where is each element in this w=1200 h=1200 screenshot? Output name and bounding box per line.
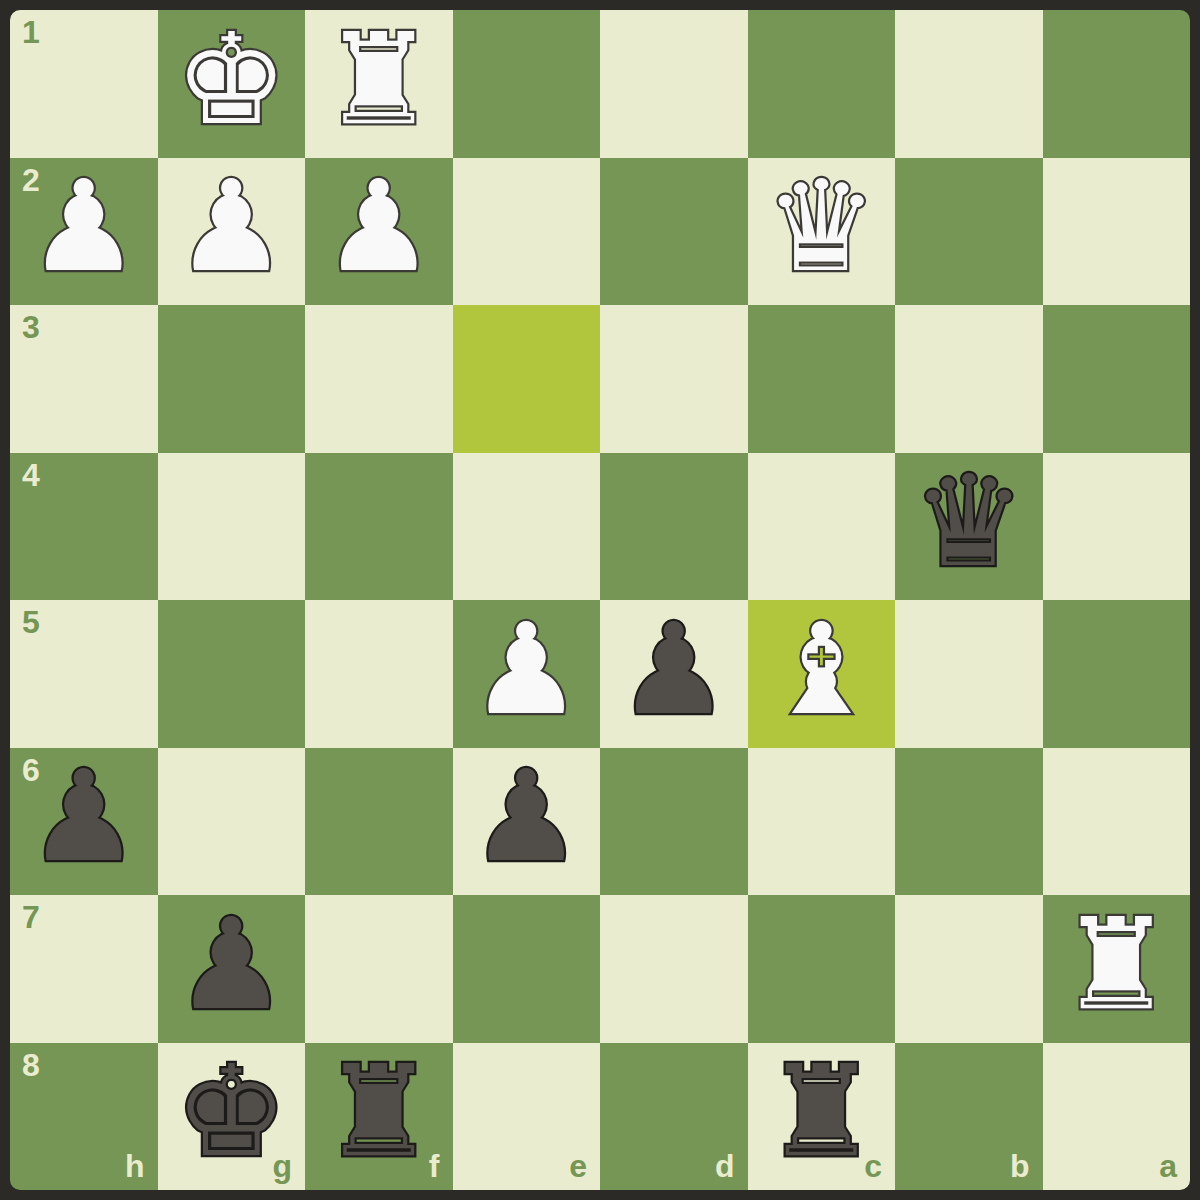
chess-board[interactable]: 1♚♜2♟♟♟♛34♛5♟♟♝6♟♟7♟♜8hg♚f♜edc♜ba: [10, 10, 1190, 1190]
square-d8[interactable]: d: [600, 1043, 748, 1191]
square-g6[interactable]: [158, 748, 306, 896]
piece-white-pawn[interactable]: ♟: [175, 164, 288, 290]
square-e6[interactable]: ♟: [453, 748, 601, 896]
square-e2[interactable]: [453, 158, 601, 306]
piece-white-pawn[interactable]: ♟: [322, 164, 435, 290]
piece-white-bishop[interactable]: ♝: [765, 607, 878, 733]
piece-white-pawn[interactable]: ♟: [27, 164, 140, 290]
square-e1[interactable]: [453, 10, 601, 158]
square-e4[interactable]: [453, 453, 601, 601]
square-b5[interactable]: [895, 600, 1043, 748]
square-b6[interactable]: [895, 748, 1043, 896]
square-h5[interactable]: 5: [10, 600, 158, 748]
square-a8[interactable]: a: [1043, 1043, 1191, 1191]
square-e3[interactable]: [453, 305, 601, 453]
square-d4[interactable]: [600, 453, 748, 601]
square-g7[interactable]: ♟: [158, 895, 306, 1043]
square-b3[interactable]: [895, 305, 1043, 453]
square-f5[interactable]: [305, 600, 453, 748]
square-f1[interactable]: ♜: [305, 10, 453, 158]
page-background: 1♚♜2♟♟♟♛34♛5♟♟♝6♟♟7♟♜8hg♚f♜edc♜ba: [0, 0, 1200, 1200]
piece-black-rook[interactable]: ♜: [322, 1049, 435, 1175]
square-a3[interactable]: [1043, 305, 1191, 453]
square-e8[interactable]: e: [453, 1043, 601, 1191]
piece-white-king[interactable]: ♚: [175, 17, 288, 143]
square-g2[interactable]: ♟: [158, 158, 306, 306]
square-f7[interactable]: [305, 895, 453, 1043]
piece-black-rook[interactable]: ♜: [765, 1049, 878, 1175]
square-d6[interactable]: [600, 748, 748, 896]
rank-label-5: 5: [22, 606, 40, 638]
square-a2[interactable]: [1043, 158, 1191, 306]
square-g8[interactable]: g♚: [158, 1043, 306, 1191]
file-label-d: d: [715, 1150, 735, 1182]
piece-white-rook[interactable]: ♜: [1060, 902, 1173, 1028]
square-e7[interactable]: [453, 895, 601, 1043]
piece-black-pawn[interactable]: ♟: [470, 754, 583, 880]
square-g1[interactable]: ♚: [158, 10, 306, 158]
piece-black-pawn[interactable]: ♟: [175, 902, 288, 1028]
square-e5[interactable]: ♟: [453, 600, 601, 748]
square-d7[interactable]: [600, 895, 748, 1043]
square-h8[interactable]: 8h: [10, 1043, 158, 1191]
square-d5[interactable]: ♟: [600, 600, 748, 748]
square-g4[interactable]: [158, 453, 306, 601]
piece-white-queen[interactable]: ♛: [765, 164, 878, 290]
piece-black-pawn[interactable]: ♟: [617, 607, 730, 733]
file-label-h: h: [125, 1150, 145, 1182]
square-g3[interactable]: [158, 305, 306, 453]
square-c2[interactable]: ♛: [748, 158, 896, 306]
square-h2[interactable]: 2♟: [10, 158, 158, 306]
square-b7[interactable]: [895, 895, 1043, 1043]
square-c4[interactable]: [748, 453, 896, 601]
square-b1[interactable]: [895, 10, 1043, 158]
square-d1[interactable]: [600, 10, 748, 158]
square-b4[interactable]: ♛: [895, 453, 1043, 601]
square-f4[interactable]: [305, 453, 453, 601]
rank-label-1: 1: [22, 16, 40, 48]
square-h3[interactable]: 3: [10, 305, 158, 453]
square-c8[interactable]: c♜: [748, 1043, 896, 1191]
square-h6[interactable]: 6♟: [10, 748, 158, 896]
square-f8[interactable]: f♜: [305, 1043, 453, 1191]
square-a5[interactable]: [1043, 600, 1191, 748]
square-d2[interactable]: [600, 158, 748, 306]
square-c1[interactable]: [748, 10, 896, 158]
piece-black-king[interactable]: ♚: [175, 1049, 288, 1175]
square-h7[interactable]: 7: [10, 895, 158, 1043]
piece-white-pawn[interactable]: ♟: [470, 607, 583, 733]
square-c7[interactable]: [748, 895, 896, 1043]
square-f6[interactable]: [305, 748, 453, 896]
square-f3[interactable]: [305, 305, 453, 453]
square-h4[interactable]: 4: [10, 453, 158, 601]
piece-black-pawn[interactable]: ♟: [27, 754, 140, 880]
rank-label-8: 8: [22, 1049, 40, 1081]
square-b2[interactable]: [895, 158, 1043, 306]
square-a1[interactable]: [1043, 10, 1191, 158]
piece-white-rook[interactable]: ♜: [322, 17, 435, 143]
square-b8[interactable]: b: [895, 1043, 1043, 1191]
square-d3[interactable]: [600, 305, 748, 453]
square-c5[interactable]: ♝: [748, 600, 896, 748]
rank-label-3: 3: [22, 311, 40, 343]
square-h1[interactable]: 1: [10, 10, 158, 158]
square-a4[interactable]: [1043, 453, 1191, 601]
square-c6[interactable]: [748, 748, 896, 896]
piece-black-queen[interactable]: ♛: [912, 459, 1025, 585]
rank-label-7: 7: [22, 901, 40, 933]
square-c3[interactable]: [748, 305, 896, 453]
file-label-a: a: [1159, 1150, 1177, 1182]
square-f2[interactable]: ♟: [305, 158, 453, 306]
file-label-b: b: [1010, 1150, 1030, 1182]
file-label-e: e: [569, 1150, 587, 1182]
square-a7[interactable]: ♜: [1043, 895, 1191, 1043]
rank-label-4: 4: [22, 459, 40, 491]
square-g5[interactable]: [158, 600, 306, 748]
square-a6[interactable]: [1043, 748, 1191, 896]
